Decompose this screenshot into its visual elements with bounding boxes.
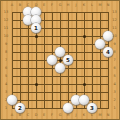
coordinate-label-bottom: D <box>32 113 40 118</box>
coordinate-label-top: L <box>88 3 96 8</box>
coordinate-label-right: 4 <box>111 82 119 87</box>
grid-cell <box>92 76 100 84</box>
grid-cell <box>44 84 52 92</box>
coordinate-label-top: B <box>16 3 24 8</box>
grid-cell <box>36 52 44 60</box>
grid-cell <box>68 36 76 44</box>
coordinate-label-bottom: B <box>16 113 24 118</box>
coordinate-label-bottom: N <box>104 113 112 118</box>
coordinate-label-right: 12 <box>111 18 119 23</box>
grid-cell <box>76 20 84 28</box>
white-stone <box>63 103 73 113</box>
numbered-white-stone-1: 1 <box>31 23 41 33</box>
coordinate-label-top: G <box>56 3 64 8</box>
grid-cell <box>28 44 36 52</box>
coordinate-label-left: 10 <box>2 34 10 39</box>
grid-cell <box>60 92 68 100</box>
grid-cell <box>92 52 100 60</box>
grid-cell <box>20 52 28 60</box>
grid-cell <box>12 36 20 44</box>
grid-cell <box>20 68 28 76</box>
grid-cell <box>92 20 100 28</box>
move-number-label: 2 <box>18 103 22 113</box>
coordinate-label-right: 2 <box>111 98 119 103</box>
grid-cell <box>52 20 60 28</box>
grid-cell <box>28 92 36 100</box>
grid-cell <box>12 44 20 52</box>
grid-cell <box>52 84 60 92</box>
coordinate-label-left: 5 <box>2 74 10 79</box>
hoshi-point <box>83 83 86 86</box>
coordinate-label-right: 13 <box>111 10 119 15</box>
coordinate-label-left: 12 <box>2 18 10 23</box>
grid-cell <box>44 12 52 20</box>
grid-cell <box>92 12 100 20</box>
grid-cell <box>52 92 60 100</box>
coordinate-label-left: 4 <box>2 82 10 87</box>
grid-cell <box>68 84 76 92</box>
grid-cell <box>76 60 84 68</box>
grid-cell <box>84 52 92 60</box>
coordinate-label-left: 1 <box>2 106 10 111</box>
coordinate-label-bottom: G <box>56 113 64 118</box>
grid-cell <box>20 84 28 92</box>
coordinate-label-right: 3 <box>111 90 119 95</box>
grid-cell <box>100 92 108 100</box>
grid-cell <box>76 44 84 52</box>
hoshi-point <box>35 83 38 86</box>
coordinate-label-left: 11 <box>2 26 10 31</box>
move-number-label: 5 <box>66 55 70 65</box>
move-number-label: 1 <box>34 23 38 33</box>
grid-cell <box>44 44 52 52</box>
grid-cell <box>60 28 68 36</box>
coordinate-label-top: C <box>24 3 32 8</box>
grid-cell <box>68 12 76 20</box>
grid-cell <box>100 60 108 68</box>
grid-cell <box>100 20 108 28</box>
coordinate-label-left: 8 <box>2 50 10 55</box>
grid-cell <box>76 68 84 76</box>
grid-cell <box>44 20 52 28</box>
numbered-white-stone-2: 2 <box>15 103 25 113</box>
grid-cell <box>12 84 20 92</box>
grid-cell <box>84 44 92 52</box>
grid-cell <box>84 20 92 28</box>
grid-cell <box>12 28 20 36</box>
grid-cell <box>44 76 52 84</box>
coordinate-label-right: 5 <box>111 74 119 79</box>
grid-cell <box>20 44 28 52</box>
coordinate-label-bottom: F <box>48 113 56 118</box>
grid-cell <box>84 60 92 68</box>
coordinate-label-top: E <box>40 3 48 8</box>
grid-cell <box>44 28 52 36</box>
coordinate-label-top: F <box>48 3 56 8</box>
coordinate-label-bottom: E <box>40 113 48 118</box>
coordinate-label-left: 13 <box>2 10 10 15</box>
coordinate-label-bottom: M <box>96 113 104 118</box>
grid-cell <box>60 20 68 28</box>
grid-cell <box>92 68 100 76</box>
grid-cell <box>12 12 20 20</box>
grid-cell <box>100 12 108 20</box>
coordinate-label-bottom: H <box>64 113 72 118</box>
grid-cell <box>20 28 28 36</box>
coordinate-label-right: 9 <box>111 42 119 47</box>
white-stone <box>55 63 65 73</box>
grid-cell <box>20 36 28 44</box>
grid-cell <box>52 76 60 84</box>
grid-cell <box>52 12 60 20</box>
coordinate-label-right: 7 <box>111 58 119 63</box>
grid-cell <box>44 36 52 44</box>
grid-cell <box>12 60 20 68</box>
coordinate-label-left: 7 <box>2 58 10 63</box>
grid-cell <box>92 60 100 68</box>
grid-cell <box>84 68 92 76</box>
grid-cell <box>92 28 100 36</box>
coordinate-label-left: 2 <box>2 98 10 103</box>
grid-cell <box>28 52 36 60</box>
grid-cell <box>12 76 20 84</box>
coordinate-label-left: 3 <box>2 90 10 95</box>
grid-cell <box>76 52 84 60</box>
grid-cell <box>60 84 68 92</box>
grid-cell <box>84 12 92 20</box>
grid-cell <box>52 100 60 108</box>
coordinate-label-top: A <box>8 3 16 8</box>
coordinate-label-top: J <box>72 3 80 8</box>
grid-cell <box>44 92 52 100</box>
grid-cell <box>20 60 28 68</box>
move-number-label: 3 <box>90 103 94 113</box>
grid-cell <box>36 44 44 52</box>
grid-cell <box>60 76 68 84</box>
grid-cell <box>52 28 60 36</box>
coordinate-label-left: 9 <box>2 42 10 47</box>
coordinate-label-bottom: C <box>24 113 32 118</box>
grid-cell <box>76 12 84 20</box>
grid-cell <box>68 76 76 84</box>
grid-cell <box>68 68 76 76</box>
grid-cell <box>36 68 44 76</box>
hoshi-point <box>83 35 86 38</box>
grid-cell <box>52 36 60 44</box>
numbered-white-stone-3: 3 <box>87 103 97 113</box>
grid-cell <box>100 84 108 92</box>
coordinate-label-top: K <box>80 3 88 8</box>
grid-cell <box>60 36 68 44</box>
coordinate-label-bottom: L <box>88 113 96 118</box>
grid-cell <box>36 92 44 100</box>
grid-cell <box>36 100 44 108</box>
grid-cell <box>92 84 100 92</box>
coordinate-label-top: M <box>96 3 104 8</box>
grid-cell <box>68 28 76 36</box>
coordinate-label-bottom: K <box>80 113 88 118</box>
coordinate-label-left: 6 <box>2 66 10 71</box>
grid-cell <box>12 20 20 28</box>
grid-cell <box>28 100 36 108</box>
grid-cell <box>44 100 52 108</box>
numbered-white-stone-5: 5 <box>63 55 73 65</box>
coordinate-label-top: N <box>104 3 112 8</box>
coordinate-label-right: 1 <box>111 106 119 111</box>
grid-cell <box>28 60 36 68</box>
grid-cell <box>20 92 28 100</box>
grid-cell <box>12 52 20 60</box>
coordinate-label-bottom: A <box>8 113 16 118</box>
coordinate-label-top: H <box>64 3 72 8</box>
grid-cell <box>36 60 44 68</box>
hoshi-point <box>59 59 62 62</box>
grid-cell <box>100 68 108 76</box>
grid-cell <box>92 92 100 100</box>
grid-cell <box>68 20 76 28</box>
grid-cell <box>100 100 108 108</box>
go-board[interactable]: 14523AA1313BB1212CC1111DD1010EE99FF88GG7… <box>0 0 120 120</box>
hoshi-point <box>35 35 38 38</box>
grid-cell <box>44 68 52 76</box>
grid-cell <box>68 44 76 52</box>
grid-cell <box>60 12 68 20</box>
move-number-label: 4 <box>106 47 110 57</box>
coordinate-label-right: 10 <box>111 34 119 39</box>
coordinate-label-top: D <box>32 3 40 8</box>
grid-cell <box>20 76 28 84</box>
coordinate-label-right: 8 <box>111 50 119 55</box>
coordinate-label-bottom: J <box>72 113 80 118</box>
coordinate-label-right: 6 <box>111 66 119 71</box>
grid-cell <box>28 68 36 76</box>
grid-cell <box>12 68 20 76</box>
coordinate-label-right: 11 <box>111 26 119 31</box>
grid-cell <box>100 76 108 84</box>
